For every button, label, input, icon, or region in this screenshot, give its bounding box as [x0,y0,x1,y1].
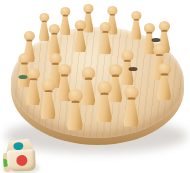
peg-r0c4[interactable] [130,11,142,40]
peg-body [122,99,139,127]
peg-r0c1[interactable] [59,7,71,35]
peg-r4c3[interactable] [122,86,139,127]
peg-r4c0[interactable] [40,79,57,119]
peg-body [59,16,71,35]
peg-base-color-sliver [152,38,161,42]
peg-r4c1[interactable] [66,89,84,131]
peg-r1c3[interactable] [98,22,112,54]
die-face-front [7,150,36,172]
peg-body [95,95,113,123]
peg-body [130,20,142,39]
peg-body [40,92,57,119]
peg-body [98,33,112,55]
peg-r1c1[interactable] [47,24,60,56]
peg-base-color-sliver [129,67,138,71]
peg-base-color-sliver [19,75,28,79]
peg-r1c2[interactable] [73,20,87,52]
die-dot-front [16,155,27,166]
scene [0,0,190,173]
peg-body [156,75,172,100]
peg-r4c2[interactable] [95,81,113,123]
color-die[interactable] [3,137,39,173]
peg-r4c4[interactable] [156,63,172,101]
peg-body [66,103,84,131]
peg-body [73,30,87,52]
